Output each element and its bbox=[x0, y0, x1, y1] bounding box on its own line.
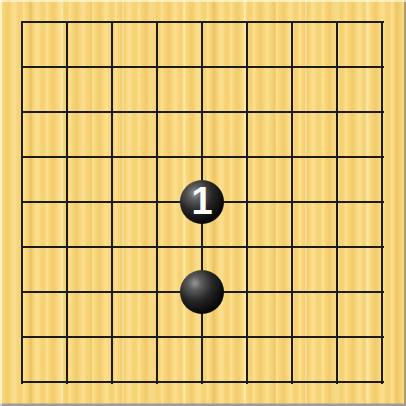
move-number-label: 1 bbox=[191, 182, 212, 220]
black-stone bbox=[180, 270, 224, 314]
go-diagram: 1 bbox=[0, 0, 406, 406]
stones-layer: 1 bbox=[22, 22, 383, 383]
go-board[interactable]: 1 bbox=[0, 0, 406, 406]
black-stone-move-1: 1 bbox=[180, 180, 224, 224]
